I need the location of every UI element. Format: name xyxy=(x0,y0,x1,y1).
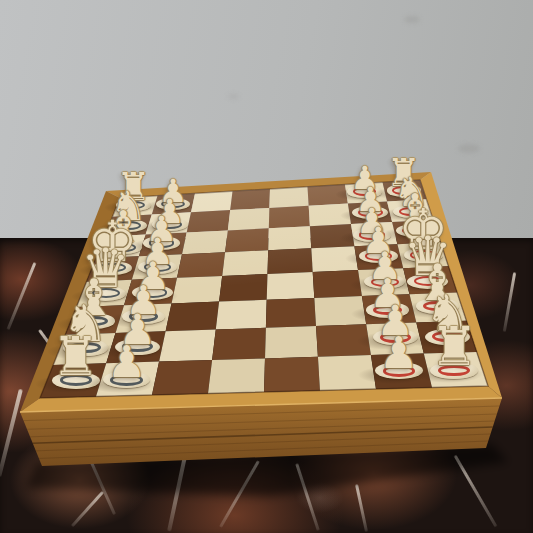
photo-scene: ♜♞♝♚♛♝♞♜♟♟♟♟♟♟♟♟♟♟♟♟♟♟♟♟♜♞♝♚♛♝♞♜ xyxy=(0,0,533,533)
chess-box xyxy=(0,0,533,533)
